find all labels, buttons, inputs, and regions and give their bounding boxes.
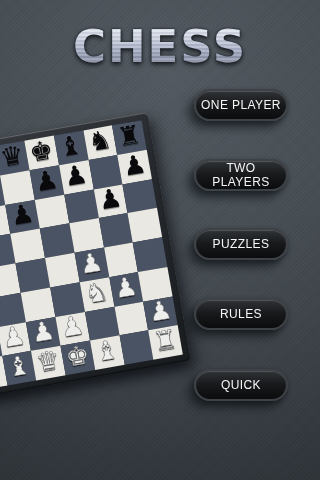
- piece-black-queen: ♛: [0, 141, 26, 171]
- piece-white-bishop: ♝: [93, 336, 120, 366]
- piece-black-pawn: ♟: [96, 184, 123, 214]
- piece-white-pawn: ♟: [0, 322, 27, 352]
- quick-label: QUICK: [221, 378, 261, 392]
- piece-white-knight: ♞: [83, 277, 110, 307]
- piece-black-king: ♚: [27, 136, 54, 166]
- piece-black-pawn: ♟: [62, 160, 89, 190]
- piece-black-rook: ♜: [115, 121, 142, 151]
- piece-white-bishop: ♝: [5, 351, 32, 381]
- quick-button[interactable]: QUICK: [194, 369, 288, 401]
- app-screen: CHESS ♜♞♝♛♚♝♞♜♟♟♟♟♟♟♟♟♟♞♟♟♟♟♟♟♟♜♞♝♛♚♝♜ O…: [0, 0, 320, 480]
- piece-white-pawn: ♟: [29, 317, 56, 347]
- piece-black-pawn: ♟: [9, 200, 36, 230]
- two-players-button[interactable]: TWO PLAYERS: [194, 159, 288, 191]
- one-player-label: ONE PLAYER: [201, 98, 281, 112]
- app-title: CHESS: [0, 22, 320, 72]
- rules-button[interactable]: RULES: [194, 298, 288, 330]
- piece-black-pawn: ♟: [33, 165, 60, 195]
- piece-white-pawn: ♟: [112, 272, 139, 302]
- piece-black-knight: ♞: [86, 126, 113, 156]
- puzzles-button[interactable]: PUZZLES: [194, 228, 288, 260]
- chess-board: ♜♞♝♛♚♝♞♜♟♟♟♟♟♟♟♟♟♞♟♟♟♟♟♟♟♜♞♝♛♚♝♜: [0, 112, 191, 404]
- rules-label: RULES: [220, 307, 262, 321]
- piece-white-rook: ♜: [152, 326, 179, 356]
- piece-white-queen: ♛: [34, 346, 61, 376]
- chess-board-grid: ♜♞♝♛♚♝♞♜♟♟♟♟♟♟♟♟♟♞♟♟♟♟♟♟♟♜♞♝♛♚♝♜: [0, 120, 183, 396]
- piece-white-pawn: ♟: [77, 248, 104, 278]
- two-players-label: TWO PLAYERS: [196, 161, 286, 189]
- piece-black-pawn: ♟: [121, 150, 148, 180]
- one-player-button[interactable]: ONE PLAYER: [194, 89, 288, 121]
- piece-white-pawn: ♟: [146, 296, 173, 326]
- piece-white-pawn: ♟: [58, 312, 85, 342]
- square-h1: ♜: [148, 325, 182, 359]
- piece-black-bishop: ♝: [57, 131, 84, 161]
- piece-white-king: ♚: [64, 341, 91, 371]
- puzzles-label: PUZZLES: [213, 237, 270, 251]
